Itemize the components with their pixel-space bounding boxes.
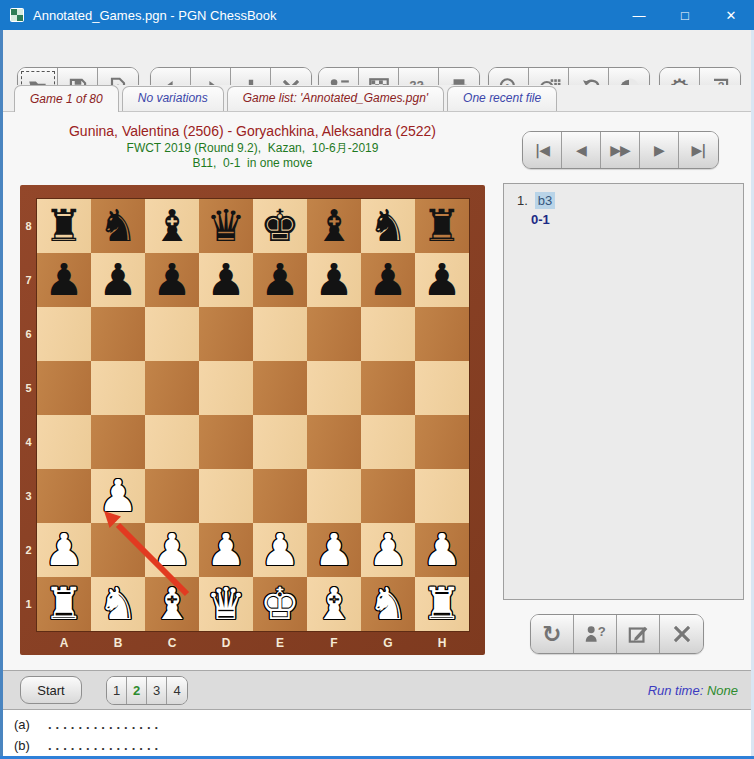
black-bishop[interactable]: ♝	[152, 199, 191, 253]
file-labels: ABCDEFGH	[37, 631, 469, 655]
board-squares: ♜♞♝♛♚♝♞♜♟♟♟♟♟♟♟♟♟♟♟♟♟♟♟♟♜♞♝♛♚♝♞♜	[37, 199, 469, 631]
step-3-button[interactable]: 3	[147, 677, 167, 704]
square-f4[interactable]	[307, 415, 361, 469]
rank-label-6: 6	[20, 307, 37, 361]
square-c6[interactable]	[145, 307, 199, 361]
square-f5[interactable]	[307, 361, 361, 415]
square-b3[interactable]: ♟	[91, 469, 145, 523]
previous-move-button[interactable]: ◀	[562, 132, 601, 168]
square-d7[interactable]: ♟	[199, 253, 253, 307]
start-button[interactable]: Start	[20, 676, 82, 704]
svg-text:?: ?	[598, 624, 606, 639]
square-g2[interactable]: ♟	[361, 523, 415, 577]
game-tool-buttons: ↻ ?	[530, 614, 704, 654]
square-b4[interactable]	[91, 415, 145, 469]
black-bishop[interactable]: ♝	[314, 199, 353, 253]
square-f3[interactable]	[307, 469, 361, 523]
square-e7[interactable]: ♟	[253, 253, 307, 307]
square-b1[interactable]: ♞	[91, 577, 145, 631]
white-pawn[interactable]: ♟	[314, 523, 353, 577]
square-e3[interactable]	[253, 469, 307, 523]
minimize-button[interactable]: —	[616, 0, 662, 30]
square-f1[interactable]: ♝	[307, 577, 361, 631]
black-pawn[interactable]: ♟	[314, 253, 353, 307]
white-knight[interactable]: ♞	[98, 577, 137, 631]
black-queen[interactable]: ♛	[206, 199, 245, 253]
black-pawn[interactable]: ♟	[152, 253, 191, 307]
file-label-a: A	[37, 631, 91, 655]
answer-b-label: (b)	[14, 738, 48, 753]
main-content: Gunina, Valentina (2506) - Goryachkina, …	[0, 112, 754, 670]
rotate-icon: ↻	[542, 623, 561, 646]
tab-variations-label: No variations	[138, 91, 208, 105]
square-b8[interactable]: ♞	[91, 199, 145, 253]
white-pawn[interactable]: ♟	[98, 469, 137, 523]
move-list-panel: 1.b3 0-1	[503, 183, 744, 600]
white-rook[interactable]: ♜	[44, 577, 83, 631]
tab-bar: Game 1 of 80 No variations Game list: 'A…	[0, 85, 754, 112]
tab-recent-files[interactable]: One recent file	[447, 86, 557, 111]
player-question-icon: ?	[583, 622, 607, 646]
square-c8[interactable]: ♝	[145, 199, 199, 253]
black-pawn[interactable]: ♟	[260, 253, 299, 307]
rank-label-2: 2	[20, 523, 37, 577]
square-h4[interactable]	[415, 415, 469, 469]
tab-game-list[interactable]: Game list: 'Annotated_Games.pgn'	[227, 86, 444, 111]
square-f6[interactable]	[307, 307, 361, 361]
square-d4[interactable]	[199, 415, 253, 469]
square-d8[interactable]: ♛	[199, 199, 253, 253]
square-f8[interactable]: ♝	[307, 199, 361, 253]
square-g7[interactable]: ♟	[361, 253, 415, 307]
step-2-button[interactable]: 2	[127, 677, 147, 704]
game-header: Gunina, Valentina (2506) - Goryachkina, …	[0, 122, 505, 171]
file-label-h: H	[415, 631, 469, 655]
white-bishop[interactable]: ♝	[314, 577, 353, 631]
square-a5[interactable]	[37, 361, 91, 415]
square-a2[interactable]: ♟	[37, 523, 91, 577]
x-icon	[670, 622, 694, 646]
chessboard-icon	[9, 7, 25, 23]
square-h2[interactable]: ♟	[415, 523, 469, 577]
square-f7[interactable]: ♟	[307, 253, 361, 307]
fast-forward-button[interactable]: ▶▶	[601, 132, 640, 168]
square-a4[interactable]	[37, 415, 91, 469]
game-event: FWCT 2019 (Round 9.2), Kazan, 10-6月-2019	[0, 141, 505, 156]
file-label-f: F	[307, 631, 361, 655]
window-title: Annotated_Games.pgn - PGN ChessBook	[33, 8, 616, 23]
square-b6[interactable]	[91, 307, 145, 361]
square-e1[interactable]: ♚	[253, 577, 307, 631]
answer-a-dots: ...............	[48, 717, 162, 732]
white-pawn[interactable]: ♟	[422, 523, 461, 577]
last-move-button[interactable]: ▶|	[679, 132, 718, 168]
rank-label-4: 4	[20, 415, 37, 469]
title-bar: Annotated_Games.pgn - PGN ChessBook — □ …	[0, 0, 754, 30]
square-d1[interactable]: ♛	[199, 577, 253, 631]
square-h5[interactable]	[415, 361, 469, 415]
square-g6[interactable]	[361, 307, 415, 361]
square-h1[interactable]: ♜	[415, 577, 469, 631]
white-pawn[interactable]: ♟	[368, 523, 407, 577]
square-a1[interactable]: ♜	[37, 577, 91, 631]
white-pawn[interactable]: ♟	[152, 523, 191, 577]
move-number: 1.	[517, 193, 528, 208]
square-c4[interactable]	[145, 415, 199, 469]
answer-a: (a) ...............	[14, 714, 754, 735]
black-rook[interactable]: ♜	[422, 199, 461, 253]
black-king[interactable]: ♚	[260, 199, 299, 253]
game-players: Gunina, Valentina (2506) - Goryachkina, …	[0, 122, 505, 141]
file-label-d: D	[199, 631, 253, 655]
file-label-g: G	[361, 631, 415, 655]
rank-labels: 87654321	[20, 199, 37, 631]
chess-board: 87654321 ABCDEFGH ♜♞♝♛♚♝♞♜♟♟♟♟♟♟♟♟♟♟♟♟♟♟…	[20, 185, 485, 655]
game-result: 0-1	[504, 208, 743, 227]
square-h6[interactable]	[415, 307, 469, 361]
white-bishop[interactable]: ♝	[152, 577, 191, 631]
rank-label-5: 5	[20, 361, 37, 415]
window-controls: — □ ✕	[616, 0, 754, 30]
tab-game-list-label: Game list: 'Annotated_Games.pgn'	[243, 91, 428, 105]
answer-a-label: (a)	[14, 717, 48, 732]
player-question-button[interactable]: ?	[574, 615, 617, 653]
first-move-button[interactable]: |◀	[523, 132, 562, 168]
square-e5[interactable]	[253, 361, 307, 415]
square-g3[interactable]	[361, 469, 415, 523]
black-rook[interactable]: ♜	[44, 199, 83, 253]
white-pawn[interactable]: ♟	[44, 523, 83, 577]
square-b7[interactable]: ♟	[91, 253, 145, 307]
square-e2[interactable]: ♟	[253, 523, 307, 577]
step-buttons: 1 2 3 4	[106, 676, 188, 705]
square-b2[interactable]	[91, 523, 145, 577]
white-king[interactable]: ♚	[260, 577, 299, 631]
square-a7[interactable]: ♟	[37, 253, 91, 307]
square-e6[interactable]	[253, 307, 307, 361]
square-d2[interactable]: ♟	[199, 523, 253, 577]
square-c7[interactable]: ♟	[145, 253, 199, 307]
flip-board-button[interactable]: ↻	[531, 615, 574, 653]
app-window: Annotated_Games.pgn - PGN ChessBook — □ …	[0, 0, 754, 759]
square-a3[interactable]	[37, 469, 91, 523]
toolbar: ?? A	[0, 30, 754, 85]
runtime-value: None	[707, 683, 738, 698]
edit-icon	[626, 622, 650, 646]
black-pawn[interactable]: ♟	[368, 253, 407, 307]
square-g8[interactable]: ♞	[361, 199, 415, 253]
square-e8[interactable]: ♚	[253, 199, 307, 253]
maximize-button[interactable]: □	[662, 0, 708, 30]
game-summary: B11, 0-1 in one move	[0, 156, 505, 171]
step-1-button[interactable]: 1	[107, 677, 127, 704]
square-g5[interactable]	[361, 361, 415, 415]
next-move-button[interactable]: ▶	[640, 132, 679, 168]
file-label-e: E	[253, 631, 307, 655]
square-d3[interactable]	[199, 469, 253, 523]
square-e4[interactable]	[253, 415, 307, 469]
rank-label-7: 7	[20, 253, 37, 307]
file-label-c: C	[145, 631, 199, 655]
bottom-bar: Start 1 2 3 4 Run time: None	[0, 670, 754, 710]
white-queen[interactable]: ♛	[206, 577, 245, 631]
move-line: 1.b3	[504, 184, 743, 208]
move-navigation: |◀ ◀ ▶▶ ▶ ▶|	[522, 131, 719, 169]
rank-label-8: 8	[20, 199, 37, 253]
answer-b: (b) ...............	[14, 735, 754, 756]
square-h7[interactable]: ♟	[415, 253, 469, 307]
white-pawn[interactable]: ♟	[260, 523, 299, 577]
tab-game-info[interactable]: Game 1 of 80	[14, 85, 119, 112]
white-pawn[interactable]: ♟	[206, 523, 245, 577]
answer-lines: (a) ............... (b) ...............	[0, 710, 754, 756]
tab-game-info-label: Game 1 of 80	[30, 92, 103, 106]
close-game-button[interactable]	[660, 615, 703, 653]
tab-recent-files-label: One recent file	[463, 91, 541, 105]
runtime: Run time: None	[648, 683, 738, 698]
square-a8[interactable]: ♜	[37, 199, 91, 253]
rank-label-1: 1	[20, 577, 37, 631]
black-knight[interactable]: ♞	[368, 199, 407, 253]
square-c1[interactable]: ♝	[145, 577, 199, 631]
edit-annotations-button[interactable]	[617, 615, 660, 653]
black-pawn[interactable]: ♟	[206, 253, 245, 307]
square-d5[interactable]	[199, 361, 253, 415]
black-pawn[interactable]: ♟	[422, 253, 461, 307]
file-label-b: B	[91, 631, 145, 655]
runtime-label: Run time:	[648, 683, 704, 698]
white-rook[interactable]: ♜	[422, 577, 461, 631]
window-left-border	[0, 30, 3, 759]
black-knight[interactable]: ♞	[98, 199, 137, 253]
tab-variations[interactable]: No variations	[122, 86, 224, 111]
square-c2[interactable]: ♟	[145, 523, 199, 577]
square-g1[interactable]: ♞	[361, 577, 415, 631]
black-pawn[interactable]: ♟	[44, 253, 83, 307]
selected-move[interactable]: b3	[535, 192, 555, 209]
black-pawn[interactable]: ♟	[98, 253, 137, 307]
square-g4[interactable]	[361, 415, 415, 469]
square-f2[interactable]: ♟	[307, 523, 361, 577]
answer-b-dots: ...............	[48, 738, 162, 753]
square-a6[interactable]	[37, 307, 91, 361]
square-h8[interactable]: ♜	[415, 199, 469, 253]
square-d6[interactable]	[199, 307, 253, 361]
square-b5[interactable]	[91, 361, 145, 415]
square-c3[interactable]	[145, 469, 199, 523]
close-button[interactable]: ✕	[708, 0, 754, 30]
app-icon	[9, 7, 25, 23]
square-h3[interactable]	[415, 469, 469, 523]
step-4-button[interactable]: 4	[167, 677, 187, 704]
white-knight[interactable]: ♞	[368, 577, 407, 631]
rank-label-3: 3	[20, 469, 37, 523]
square-c5[interactable]	[145, 361, 199, 415]
